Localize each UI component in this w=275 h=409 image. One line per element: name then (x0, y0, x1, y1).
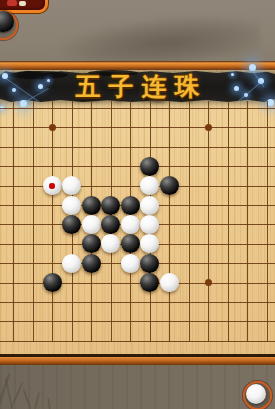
black-stone (140, 254, 159, 273)
black-stone (101, 215, 120, 234)
board-grid-vline (13, 101, 14, 342)
sparkle-icon (231, 73, 234, 76)
board-grid-hline (0, 127, 275, 128)
white-stone (82, 215, 101, 234)
board-grid-hline (0, 147, 275, 148)
black-stone (101, 196, 120, 215)
star-point (49, 124, 56, 131)
board-grid-hline (0, 108, 275, 109)
white-stone (62, 196, 81, 215)
board-grid-vline (247, 101, 248, 342)
avatar-detail (7, 0, 17, 6)
board-grid-hline (0, 341, 275, 342)
black-stone (121, 196, 140, 215)
black-stone (121, 234, 140, 253)
board-grid-hline (0, 321, 275, 322)
board-grid-vline (208, 101, 209, 342)
black-stone (82, 196, 101, 215)
sparkle-icon (12, 88, 16, 92)
black-stone (82, 254, 101, 273)
game-board[interactable] (0, 70, 275, 356)
white-stone (62, 176, 81, 195)
sparkle-icon (47, 79, 50, 82)
board-grid-hline (0, 283, 275, 284)
gomoku-app-window: 五子连珠 (0, 0, 275, 409)
board-grid-vline (52, 101, 53, 342)
white-stone (140, 215, 159, 234)
star-point (205, 124, 212, 131)
board-grid-vline (228, 101, 229, 342)
board-grid-vline (267, 101, 268, 342)
avatar-detail (19, 1, 26, 6)
sparkle-icon (38, 84, 43, 89)
black-stone (140, 157, 159, 176)
board-grid-vline (33, 101, 34, 342)
white-player-stone-icon (246, 384, 266, 404)
white-stone (121, 215, 140, 234)
last-move-marker (49, 183, 55, 189)
board-bottom-rim (0, 357, 275, 365)
white-stone (140, 176, 159, 195)
white-stone (140, 196, 159, 215)
star-point (205, 279, 212, 286)
black-stone (140, 273, 159, 292)
board-grid-hline (0, 302, 275, 303)
sparkle-icon (267, 99, 274, 106)
white-stone (62, 254, 81, 273)
white-stone (160, 273, 179, 292)
black-stone (62, 215, 81, 234)
board-grid-hline (0, 186, 275, 187)
board-grid-hline (0, 166, 275, 167)
board-grid-vline (169, 101, 170, 342)
sparkle-icon (234, 86, 239, 91)
bottom-background (0, 365, 275, 409)
black-stone (82, 234, 101, 253)
black-stone (43, 273, 62, 292)
board-grid-vline (189, 101, 190, 342)
black-stone (160, 176, 179, 195)
white-stone (121, 254, 140, 273)
